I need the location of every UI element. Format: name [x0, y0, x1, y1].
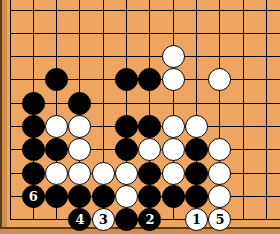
stone-white[interactable]: [208, 162, 231, 185]
stone-white[interactable]: 5: [208, 208, 231, 231]
move-number: 1: [192, 213, 201, 226]
stone-black[interactable]: [185, 185, 208, 208]
stone-black[interactable]: [45, 138, 68, 161]
stone-black[interactable]: [138, 115, 161, 138]
stone-white[interactable]: [115, 162, 138, 185]
stone-black[interactable]: [45, 68, 68, 91]
stone-black[interactable]: [138, 162, 161, 185]
stone-white[interactable]: [68, 138, 91, 161]
stone-black[interactable]: [22, 162, 45, 185]
stone-white[interactable]: [115, 185, 138, 208]
stone-black[interactable]: [115, 115, 138, 138]
stone-black[interactable]: [138, 68, 161, 91]
stone-black[interactable]: [68, 185, 91, 208]
move-number: 3: [99, 213, 108, 226]
stone-black[interactable]: [22, 92, 45, 115]
stone-black[interactable]: [185, 138, 208, 161]
stone-white[interactable]: [68, 162, 91, 185]
stone-white[interactable]: [185, 115, 208, 138]
stone-white[interactable]: 3: [92, 208, 115, 231]
stone-white[interactable]: [162, 45, 185, 68]
stone-black[interactable]: [185, 162, 208, 185]
stone-white[interactable]: [162, 138, 185, 161]
stones-layer: 643215: [0, 0, 280, 234]
stone-white[interactable]: [92, 162, 115, 185]
stone-black[interactable]: 6: [22, 185, 45, 208]
move-number: 4: [75, 213, 84, 226]
stone-white[interactable]: [45, 162, 68, 185]
stone-black[interactable]: [138, 185, 161, 208]
stone-black[interactable]: [162, 185, 185, 208]
stone-white[interactable]: 1: [185, 208, 208, 231]
stone-black[interactable]: [68, 92, 91, 115]
move-number: 5: [215, 213, 224, 226]
stone-black[interactable]: [115, 208, 138, 231]
stone-black[interactable]: [45, 185, 68, 208]
move-number: 2: [145, 213, 154, 226]
stone-white[interactable]: [208, 185, 231, 208]
stone-white[interactable]: [162, 115, 185, 138]
stone-white[interactable]: [208, 68, 231, 91]
stone-black[interactable]: [115, 138, 138, 161]
stone-white[interactable]: [68, 115, 91, 138]
stone-black[interactable]: [22, 115, 45, 138]
move-number: 6: [29, 190, 38, 203]
stone-black[interactable]: [92, 185, 115, 208]
stone-black[interactable]: 2: [138, 208, 161, 231]
stone-white[interactable]: [162, 162, 185, 185]
stone-white[interactable]: [208, 138, 231, 161]
stone-white[interactable]: [162, 68, 185, 91]
stone-black[interactable]: [115, 68, 138, 91]
stone-black[interactable]: [22, 138, 45, 161]
stone-white[interactable]: [138, 138, 161, 161]
stone-black[interactable]: 4: [68, 208, 91, 231]
go-board[interactable]: 643215: [0, 0, 280, 234]
stone-white[interactable]: [45, 115, 68, 138]
